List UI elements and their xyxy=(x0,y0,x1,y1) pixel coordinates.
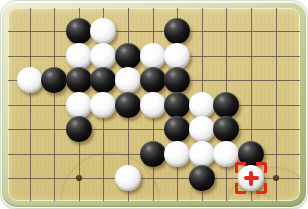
white-stone[interactable] xyxy=(189,92,215,118)
black-stone[interactable] xyxy=(90,67,116,93)
black-stone[interactable] xyxy=(164,116,190,142)
black-stone[interactable] xyxy=(41,67,67,93)
board-frame xyxy=(2,2,306,207)
white-stone[interactable] xyxy=(238,165,264,191)
board-frame-outer-ring xyxy=(0,0,308,209)
white-stone[interactable] xyxy=(66,43,92,69)
star-point xyxy=(273,175,279,181)
black-stone[interactable] xyxy=(164,67,190,93)
board[interactable] xyxy=(8,8,300,201)
black-stone[interactable] xyxy=(140,67,166,93)
black-stone[interactable] xyxy=(164,92,190,118)
white-stone[interactable] xyxy=(90,43,116,69)
white-stone[interactable] xyxy=(90,18,116,44)
white-stone[interactable] xyxy=(164,43,190,69)
star-point xyxy=(76,175,82,181)
grid-line-horizontal xyxy=(8,31,300,32)
white-stone[interactable] xyxy=(189,141,215,167)
grid-line-horizontal xyxy=(8,129,300,130)
black-stone[interactable] xyxy=(66,116,92,142)
white-stone[interactable] xyxy=(140,92,166,118)
black-stone[interactable] xyxy=(115,43,141,69)
white-stone[interactable] xyxy=(115,165,141,191)
white-stone[interactable] xyxy=(164,141,190,167)
white-stone[interactable] xyxy=(189,116,215,142)
black-stone[interactable] xyxy=(213,92,239,118)
game-window xyxy=(0,0,308,209)
white-stone[interactable] xyxy=(17,67,43,93)
black-stone[interactable] xyxy=(164,18,190,44)
black-stone[interactable] xyxy=(66,67,92,93)
white-stone[interactable] xyxy=(140,43,166,69)
white-stone[interactable] xyxy=(213,141,239,167)
black-stone[interactable] xyxy=(213,116,239,142)
black-stone[interactable] xyxy=(189,165,215,191)
black-stone[interactable] xyxy=(140,141,166,167)
white-stone[interactable] xyxy=(66,92,92,118)
black-stone[interactable] xyxy=(66,18,92,44)
white-stone[interactable] xyxy=(115,67,141,93)
black-stone[interactable] xyxy=(238,141,264,167)
black-stone[interactable] xyxy=(115,92,141,118)
white-stone[interactable] xyxy=(90,92,116,118)
